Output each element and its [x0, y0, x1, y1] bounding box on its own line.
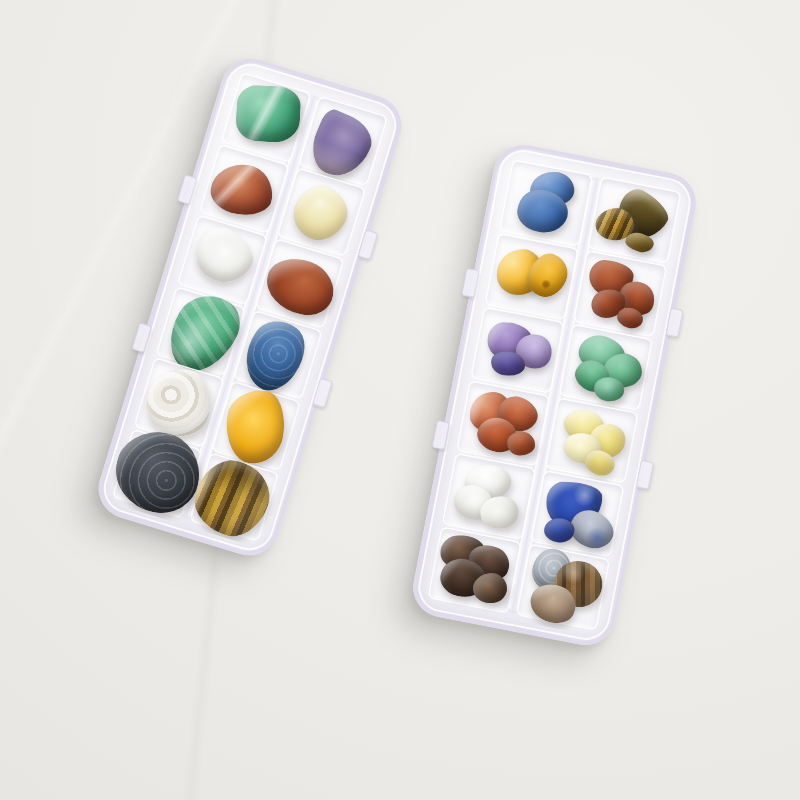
- photo-scene: [0, 0, 800, 800]
- compartment-r2c1: [486, 234, 577, 318]
- compartment-r3c1: [472, 308, 563, 392]
- compartment-r1c2: [589, 178, 680, 262]
- compartment-r5c1: [443, 455, 534, 539]
- stone-red-jasper: [261, 254, 338, 320]
- compartment-r2c2: [575, 252, 666, 336]
- stone-white-agate: [140, 362, 218, 443]
- compartment-r4c2: [546, 399, 637, 483]
- stone-citrine: [285, 177, 356, 249]
- stone-carnelian-chip: [506, 431, 535, 456]
- stone-clear-quartz-chip: [479, 495, 520, 530]
- compartment-r5c2: [532, 472, 623, 556]
- stone-carnelian: [208, 160, 277, 219]
- stone-yellow-jade: [222, 387, 289, 468]
- compartment-r3c2: [560, 325, 651, 409]
- compartment-r4c1: [458, 381, 549, 465]
- stone-green-aventurine: [235, 85, 302, 144]
- stone-clear-quartz: [185, 219, 261, 293]
- compartment-r6c1: [429, 528, 520, 612]
- compartment-r1c1: [501, 161, 592, 245]
- compartment-r6c2: [518, 545, 609, 629]
